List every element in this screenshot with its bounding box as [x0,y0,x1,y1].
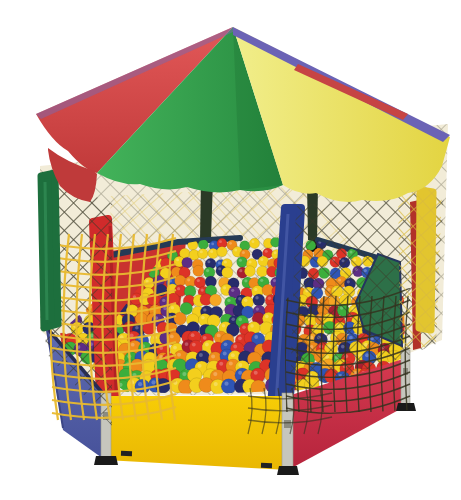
corner-frame-pole [282,393,293,471]
right-corner-posts [398,188,442,350]
foot [94,456,118,465]
ball-pit-scene [0,0,461,500]
base-face-front [105,396,288,470]
pole-pad-left [41,173,58,328]
ball-pit-product-photo [0,0,461,500]
foot [277,466,299,475]
net-right-yellow [398,188,442,350]
